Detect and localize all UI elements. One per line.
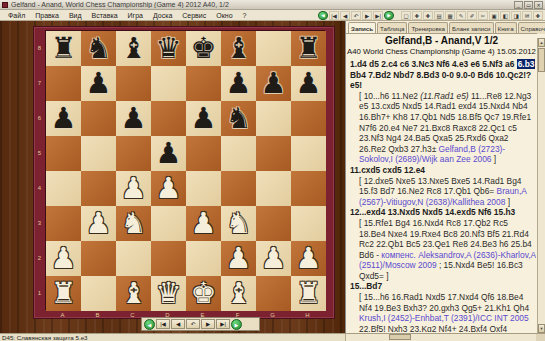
scrollbar-corner xyxy=(536,334,545,341)
menu-Окно[interactable]: Окно xyxy=(211,12,237,19)
black-knight-piece: ♞ xyxy=(81,31,116,66)
title-bar: Gelfand - Anand, World Chess Championshi… xyxy=(0,0,545,10)
chessbase-window: { "game": "chess", "position": { "fen": … xyxy=(0,0,545,341)
last-move-button[interactable]: ▶| xyxy=(216,319,230,329)
autoplay-back-button[interactable]: ◀ xyxy=(318,11,328,20)
white-rook-piece: ♜ xyxy=(291,276,326,311)
rank-label-6: 6 xyxy=(34,100,45,135)
file-label-h: H xyxy=(290,311,325,319)
variation-line[interactable]: [ 15.Rfe1 Bg4 16.Nxd4 Rc8 17.Qb2 Rc5 18.… xyxy=(350,218,536,282)
square-a2[interactable]: ♟ xyxy=(46,241,81,276)
menu-Вид[interactable]: Вид xyxy=(64,12,87,19)
square-g5[interactable] xyxy=(256,136,291,171)
square-f6[interactable]: ♞ xyxy=(221,101,256,136)
white-pawn-piece: ♟ xyxy=(46,241,81,276)
moves-text[interactable]: 11.cxd5 cxd5 12.e4 xyxy=(350,165,425,175)
moves-text[interactable]: [ 15...h6 16.Rad1 Nxd5 17.Nxd4 Qf6 18.Be… xyxy=(359,292,529,313)
menu-Файл[interactable]: Файл xyxy=(3,12,30,19)
square-c3[interactable]: ♞ xyxy=(116,206,151,241)
square-f7[interactable]: ♟ xyxy=(221,66,256,101)
main-line[interactable]: 11.cxd5 cxd5 12.e4 xyxy=(350,165,536,176)
square-f2[interactable]: ♟ xyxy=(221,241,256,276)
square-f5[interactable] xyxy=(221,136,256,171)
square-b7[interactable]: ♟ xyxy=(81,66,116,101)
square-b2[interactable] xyxy=(81,241,116,276)
square-e2[interactable] xyxy=(186,241,221,276)
scroll-up-arrow[interactable]: ▲ xyxy=(538,38,545,47)
app-icon xyxy=(2,2,8,8)
black-queen-piece: ♛ xyxy=(151,31,186,66)
previous-move-button[interactable]: ◀ xyxy=(340,11,350,20)
square-e3[interactable]: ♟ xyxy=(186,206,221,241)
square-d5[interactable]: ♟ xyxy=(151,136,186,171)
status-bar: D45: Славянская защита 5.e3 xyxy=(0,333,545,341)
rank-label-1: 1 xyxy=(34,275,45,310)
menu-items: ФайлПравкаВидВставкаИграДоскаСервисОкно? xyxy=(0,12,251,19)
black-pawn-piece: ♟ xyxy=(81,66,116,101)
variation-line[interactable]: [ 15...h6 16.Rad1 Nxd5 17.Nxd4 Qf6 18.Be… xyxy=(350,292,536,332)
board-navigation-bar: ◀|◀◀↶▶▶|▶ xyxy=(141,317,260,331)
square-h3[interactable] xyxy=(291,206,326,241)
toolbar: ◀|◀◀↶▶▶|▶▢✚✚▤▦✎✐✂▣◧◨✉✚ xyxy=(318,10,543,21)
annotate-icon[interactable]: ✐ xyxy=(467,11,477,20)
notation-panel: ЗаписьТаблицаТренировкаБланк записиКнига… xyxy=(345,21,545,333)
main-line[interactable]: 1.d4 d5 2.c4 c6 3.Nc3 Nf6 4.e3 e6 5.Nf3 … xyxy=(350,59,536,91)
menu-Сервис[interactable]: Сервис xyxy=(177,12,211,19)
square-d7[interactable] xyxy=(151,66,186,101)
white-bishop-piece: ♝ xyxy=(116,276,151,311)
white-pawn-piece: ♟ xyxy=(256,241,291,276)
add-game-icon[interactable]: ✚ xyxy=(412,11,422,20)
autoplay-forward-button[interactable]: ▶ xyxy=(384,11,394,20)
game-citation[interactable]: Krush,I (2452)-Enhbat,T (2391)/ICC INT 2… xyxy=(359,313,529,323)
mail-icon[interactable]: ✉ xyxy=(522,11,532,20)
moves-text[interactable]: 12...exd4 13.Nxd5 Nxd5 14.exd5 Nf6 15.h3 xyxy=(350,207,515,217)
square-c5[interactable] xyxy=(116,136,151,171)
main-line[interactable]: 15...Bd7 xyxy=(350,281,536,292)
white-bishop-piece: ♝ xyxy=(221,276,256,311)
rank-labels: 87654321 xyxy=(34,30,45,310)
layout-left-icon[interactable]: ◧ xyxy=(500,11,510,20)
square-g8[interactable] xyxy=(256,31,291,66)
rank-label-2: 2 xyxy=(34,240,45,275)
black-pawn-piece: ♟ xyxy=(291,66,326,101)
event-line: A40 World Chess Championship (Game 4) 15… xyxy=(346,47,537,57)
square-d6[interactable] xyxy=(151,101,186,136)
square-d2[interactable] xyxy=(151,241,186,276)
black-bishop-piece: ♝ xyxy=(221,31,256,66)
square-b4[interactable] xyxy=(81,171,116,206)
square-c2[interactable] xyxy=(116,241,151,276)
file-label-a: A xyxy=(45,311,80,319)
tabs-divider xyxy=(346,33,537,34)
takeback-button[interactable]: ↶ xyxy=(186,319,200,329)
white-pawn-piece: ♟ xyxy=(221,241,256,276)
square-b1[interactable] xyxy=(81,276,116,311)
white-pawn-piece: ♟ xyxy=(291,241,326,276)
scroll-down-arrow[interactable]: ▼ xyxy=(538,324,545,333)
square-h2[interactable]: ♟ xyxy=(291,241,326,276)
scroll-thumb[interactable] xyxy=(538,48,545,72)
black-pawn-piece: ♟ xyxy=(256,66,291,101)
edit-icon[interactable]: ✎ xyxy=(456,11,466,20)
next-move-button[interactable]: ▶ xyxy=(201,319,215,329)
square-h6[interactable] xyxy=(291,101,326,136)
square-f1[interactable]: ♝ xyxy=(221,276,256,311)
square-c8[interactable]: ♝ xyxy=(116,31,151,66)
square-g1[interactable] xyxy=(256,276,291,311)
variation-line[interactable]: [ 10...h6 11.Ne2 (11.Rad1 e5) 11...Re8 1… xyxy=(350,91,536,165)
previous-move-button[interactable]: ◀ xyxy=(171,319,185,329)
layout-right-icon[interactable]: ◨ xyxy=(511,11,521,20)
square-d1[interactable]: ♛ xyxy=(151,276,186,311)
square-d3[interactable] xyxy=(151,206,186,241)
rank-label-5: 5 xyxy=(34,135,45,170)
plus-icon[interactable]: ✚ xyxy=(533,11,543,20)
save-icon[interactable]: ▤ xyxy=(434,11,444,20)
square-g3[interactable] xyxy=(256,206,291,241)
square-g2[interactable]: ♟ xyxy=(256,241,291,276)
square-e8[interactable]: ♚ xyxy=(186,31,221,66)
window-controls: _▭✕ xyxy=(514,1,543,9)
first-move-button[interactable]: |◀ xyxy=(329,11,339,20)
square-h4[interactable] xyxy=(291,171,326,206)
square-e1[interactable]: ♚ xyxy=(186,276,221,311)
black-pawn-piece: ♟ xyxy=(186,101,221,136)
window-title: Gelfand - Anand, World Chess Championshi… xyxy=(11,1,514,8)
square-h8[interactable]: ♜ xyxy=(291,31,326,66)
menu-Правка[interactable]: Правка xyxy=(30,12,64,19)
square-e4[interactable] xyxy=(186,171,221,206)
square-d4[interactable]: ♟ xyxy=(151,171,186,206)
black-knight-piece: ♞ xyxy=(221,101,256,136)
menu-Вставка[interactable]: Вставка xyxy=(87,12,123,19)
square-c1[interactable]: ♝ xyxy=(116,276,151,311)
black-rook-piece: ♜ xyxy=(46,31,81,66)
moves-text[interactable]: Bb4 7.Bd2 Nbd7 8.Bd3 0-0 9.0-0 Bd6 10.Qc… xyxy=(350,70,531,91)
variation-line[interactable]: [ 12.dxe5 Nxe5 13.Nxe5 Bxe5 14.Rad1 Bg4 … xyxy=(350,176,536,208)
square-e7[interactable] xyxy=(186,66,221,101)
game-header: Gelfand,B - Anand,V 1/2 A40 World Chess … xyxy=(346,35,537,57)
cut-icon[interactable]: ✂ xyxy=(478,11,488,20)
square-f4[interactable] xyxy=(221,171,256,206)
white-pawn-piece: ♟ xyxy=(81,206,116,241)
rank-label-7: 7 xyxy=(34,65,45,100)
main-line[interactable]: 12...exd4 13.Nxd5 Nxd5 14.exd5 Nf6 15.h3 xyxy=(350,207,536,218)
horizontal-scroll-thumb[interactable] xyxy=(389,334,411,340)
board-panel: 87654321 ♜♞♝♛♚♝♜♟♟♟♟♟♟♟♞♟♟♟♟♞♟♞♟♟♟♟♜♝♛♚♝… xyxy=(0,21,345,333)
white-pawn-piece: ♟ xyxy=(151,171,186,206)
square-a4[interactable] xyxy=(46,171,81,206)
menu-Игра[interactable]: Игра xyxy=(123,12,148,19)
white-pawn-piece: ♟ xyxy=(116,171,151,206)
square-b5[interactable] xyxy=(81,136,116,171)
first-move-button[interactable]: |◀ xyxy=(156,319,170,329)
vertical-scrollbar[interactable]: ▲ ▼ xyxy=(537,38,545,333)
square-c4[interactable]: ♟ xyxy=(116,171,151,206)
square-b6[interactable] xyxy=(81,101,116,136)
menu-?[interactable]: ? xyxy=(238,12,252,19)
rank-label-8: 8 xyxy=(34,30,45,65)
square-b3[interactable]: ♟ xyxy=(81,206,116,241)
rank-label-4: 4 xyxy=(34,170,45,205)
opening-classification: D45: Славянская защита 5.e3 xyxy=(2,334,88,341)
black-pawn-piece: ♟ xyxy=(116,101,151,136)
square-g7[interactable]: ♟ xyxy=(256,66,291,101)
copy-icon[interactable]: ▣ xyxy=(489,11,499,20)
menu-bar: ФайлПравкаВидВставкаИграДоскаСервисОкно?… xyxy=(0,10,545,21)
square-h1[interactable]: ♜ xyxy=(291,276,326,311)
close-button[interactable]: ✕ xyxy=(534,1,543,9)
black-king-piece: ♚ xyxy=(186,31,221,66)
black-pawn-piece: ♟ xyxy=(221,66,256,101)
moves-text[interactable]: ] xyxy=(492,154,497,164)
add-variation-icon[interactable]: ✚ xyxy=(423,11,433,20)
square-c6[interactable]: ♟ xyxy=(116,101,151,136)
square-c7[interactable] xyxy=(116,66,151,101)
white-pawn-piece: ♟ xyxy=(186,206,221,241)
moves-text[interactable]: ] xyxy=(505,197,510,207)
square-d8[interactable]: ♛ xyxy=(151,31,186,66)
autoplay-back-button[interactable]: ◀ xyxy=(144,319,155,330)
black-pawn-piece: ♟ xyxy=(151,136,186,171)
square-f3[interactable]: ♞ xyxy=(221,206,256,241)
moves-text[interactable]: 15...Bd7 xyxy=(350,281,382,291)
moves-text[interactable]: 1.d4 d5 2.c4 c6 3.Nc3 Nf6 4.e3 e6 5.Nf3 … xyxy=(350,59,517,69)
square-a8[interactable]: ♜ xyxy=(46,31,81,66)
menu-Доска[interactable]: Доска xyxy=(148,12,177,19)
rank-label-3: 3 xyxy=(34,205,45,240)
square-h5[interactable] xyxy=(291,136,326,171)
square-a5[interactable] xyxy=(46,136,81,171)
black-rook-piece: ♜ xyxy=(291,31,326,66)
square-a7[interactable] xyxy=(46,66,81,101)
save-as-icon[interactable]: ▦ xyxy=(445,11,455,20)
current-move[interactable]: 6.b3 xyxy=(517,59,536,69)
white-queen-piece: ♛ xyxy=(151,276,186,311)
moves-text[interactable]: (11.Rad1 e5) xyxy=(420,91,468,101)
board-squares: ♜♞♝♛♚♝♜♟♟♟♟♟♟♟♞♟♟♟♟♞♟♞♟♟♟♟♜♝♛♚♝♜ xyxy=(45,30,325,310)
square-e6[interactable]: ♟ xyxy=(186,101,221,136)
white-rook-piece: ♜ xyxy=(46,276,81,311)
square-b8[interactable]: ♞ xyxy=(81,31,116,66)
moves-text[interactable]: 22.Bf5! Nxh3 23.Kg2 Nf4+ 24.Bxf4 Qxf4 25… xyxy=(359,324,507,332)
chess-board: 87654321 ♜♞♝♛♚♝♜♟♟♟♟♟♟♟♞♟♟♟♟♞♟♞♟♟♟♟♜♝♛♚♝… xyxy=(33,26,335,319)
square-a3[interactable] xyxy=(46,206,81,241)
square-e5[interactable] xyxy=(186,136,221,171)
black-pawn-piece: ♟ xyxy=(46,101,81,136)
white-knight-piece: ♞ xyxy=(116,206,151,241)
file-label-g: G xyxy=(255,311,290,319)
minimize-button[interactable]: _ xyxy=(514,1,523,9)
black-bishop-piece: ♝ xyxy=(116,31,151,66)
maximize-button[interactable]: ▭ xyxy=(524,1,533,9)
last-move-button[interactable]: ▶| xyxy=(373,11,383,20)
next-move-button[interactable]: ▶ xyxy=(362,11,372,20)
horizontal-scrollbar[interactable] xyxy=(345,334,536,341)
square-f8[interactable]: ♝ xyxy=(221,31,256,66)
takeback-button[interactable]: ↶ xyxy=(351,11,361,20)
square-g6[interactable] xyxy=(256,101,291,136)
square-h7[interactable]: ♟ xyxy=(291,66,326,101)
white-knight-piece: ♞ xyxy=(221,206,256,241)
new-document-icon[interactable]: ▢ xyxy=(401,11,411,20)
players-result: Gelfand,B - Anand,V 1/2 xyxy=(346,35,537,47)
square-a6[interactable]: ♟ xyxy=(46,101,81,136)
move-list: 1.d4 d5 2.c4 c6 3.Nc3 Nf6 4.e3 e6 5.Nf3 … xyxy=(350,59,536,332)
square-g4[interactable] xyxy=(256,171,291,206)
moves-text[interactable]: [ 10...h6 11.Ne2 xyxy=(359,91,420,101)
autoplay-forward-button[interactable]: ▶ xyxy=(231,319,242,330)
square-a1[interactable]: ♜ xyxy=(46,276,81,311)
white-king-piece: ♚ xyxy=(186,276,221,311)
file-label-b: B xyxy=(80,311,115,319)
